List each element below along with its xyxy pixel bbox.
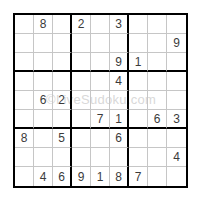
cell-r2c3[interactable]	[53, 34, 72, 53]
cell-r4c1[interactable]	[15, 72, 34, 91]
cell-r3c9[interactable]	[167, 53, 186, 72]
cell-r3c4[interactable]	[72, 53, 91, 72]
cell-r4c6[interactable]: 4	[110, 72, 129, 91]
cell-r2c5[interactable]	[91, 34, 110, 53]
cell-r4c9[interactable]	[167, 72, 186, 91]
cell-r9c7[interactable]: 7	[129, 167, 148, 186]
cell-r9c2[interactable]: 4	[34, 167, 53, 186]
cell-r6c4[interactable]	[72, 110, 91, 129]
cell-r1c7[interactable]	[129, 15, 148, 34]
sudoku-page: ©LiveSudoku.com 82399146271638564469187	[0, 0, 200, 200]
cell-r3c6[interactable]: 9	[110, 53, 129, 72]
cell-r8c9[interactable]: 4	[167, 148, 186, 167]
cell-r5c1[interactable]	[15, 91, 34, 110]
cell-r2c6[interactable]	[110, 34, 129, 53]
cell-r8c6[interactable]	[110, 148, 129, 167]
cell-r3c5[interactable]	[91, 53, 110, 72]
cell-r1c9[interactable]	[167, 15, 186, 34]
cell-r1c4[interactable]: 2	[72, 15, 91, 34]
cell-r2c8[interactable]	[148, 34, 167, 53]
cell-r6c2[interactable]	[34, 110, 53, 129]
cell-r4c3[interactable]	[53, 72, 72, 91]
cell-r2c7[interactable]	[129, 34, 148, 53]
cell-r8c3[interactable]	[53, 148, 72, 167]
cell-r6c7[interactable]	[129, 110, 148, 129]
cell-r6c1[interactable]	[15, 110, 34, 129]
cell-r3c1[interactable]	[15, 53, 34, 72]
cell-r8c5[interactable]	[91, 148, 110, 167]
cell-r5c9[interactable]	[167, 91, 186, 110]
cell-r3c2[interactable]	[34, 53, 53, 72]
cell-r7c9[interactable]	[167, 129, 186, 148]
cell-r9c6[interactable]: 8	[110, 167, 129, 186]
cell-r5c3[interactable]: 2	[53, 91, 72, 110]
cell-r5c2[interactable]: 6	[34, 91, 53, 110]
cell-r1c3[interactable]	[53, 15, 72, 34]
cell-r4c4[interactable]	[72, 72, 91, 91]
cell-r6c9[interactable]: 3	[167, 110, 186, 129]
cell-r6c5[interactable]: 7	[91, 110, 110, 129]
cell-r2c1[interactable]	[15, 34, 34, 53]
cell-r4c8[interactable]	[148, 72, 167, 91]
cell-r4c5[interactable]	[91, 72, 110, 91]
cell-r7c1[interactable]: 8	[15, 129, 34, 148]
cell-r2c9[interactable]: 9	[167, 34, 186, 53]
cell-r7c5[interactable]	[91, 129, 110, 148]
cell-r3c3[interactable]	[53, 53, 72, 72]
cell-r1c2[interactable]: 8	[34, 15, 53, 34]
cell-r2c4[interactable]	[72, 34, 91, 53]
cell-r5c7[interactable]	[129, 91, 148, 110]
cell-r5c5[interactable]	[91, 91, 110, 110]
cell-r8c1[interactable]	[15, 148, 34, 167]
cell-r8c8[interactable]	[148, 148, 167, 167]
cell-r2c2[interactable]	[34, 34, 53, 53]
cell-r9c8[interactable]	[148, 167, 167, 186]
cell-r3c8[interactable]	[148, 53, 167, 72]
cell-r6c8[interactable]: 6	[148, 110, 167, 129]
cell-r3c7[interactable]: 1	[129, 53, 148, 72]
cell-r7c2[interactable]	[34, 129, 53, 148]
cell-r4c2[interactable]	[34, 72, 53, 91]
cell-r5c6[interactable]	[110, 91, 129, 110]
cell-r7c7[interactable]	[129, 129, 148, 148]
cell-r8c7[interactable]	[129, 148, 148, 167]
cell-r5c4[interactable]	[72, 91, 91, 110]
cell-r6c3[interactable]	[53, 110, 72, 129]
cell-r1c8[interactable]	[148, 15, 167, 34]
cell-r7c6[interactable]: 6	[110, 129, 129, 148]
cell-r9c3[interactable]: 6	[53, 167, 72, 186]
cell-r9c4[interactable]: 9	[72, 167, 91, 186]
cell-r9c5[interactable]: 1	[91, 167, 110, 186]
cell-r6c6[interactable]: 1	[110, 110, 129, 129]
cell-r9c1[interactable]	[15, 167, 34, 186]
cell-r1c5[interactable]	[91, 15, 110, 34]
cell-r9c9[interactable]	[167, 167, 186, 186]
cell-r8c4[interactable]	[72, 148, 91, 167]
cell-r8c2[interactable]	[34, 148, 53, 167]
cell-r7c8[interactable]	[148, 129, 167, 148]
cell-r4c7[interactable]	[129, 72, 148, 91]
cell-r5c8[interactable]	[148, 91, 167, 110]
sudoku-board: 82399146271638564469187	[13, 13, 188, 188]
cell-r1c6[interactable]: 3	[110, 15, 129, 34]
cell-r7c4[interactable]	[72, 129, 91, 148]
cell-r1c1[interactable]	[15, 15, 34, 34]
cell-r7c3[interactable]: 5	[53, 129, 72, 148]
